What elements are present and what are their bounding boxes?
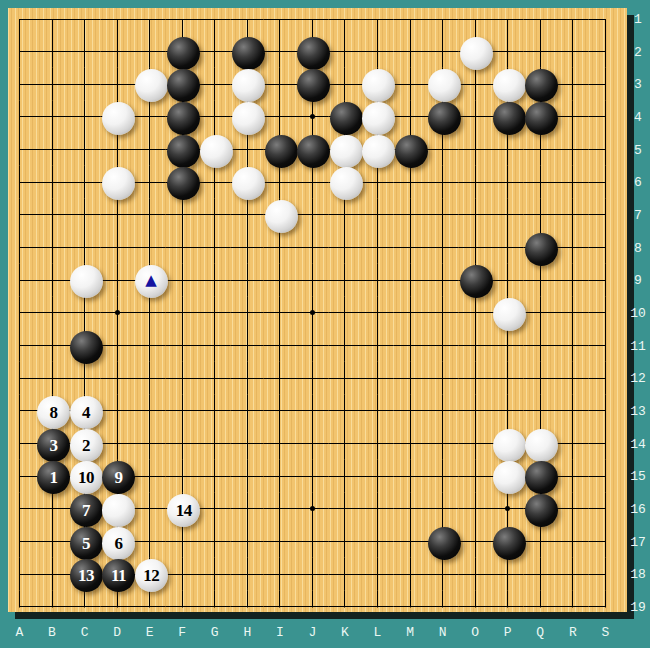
board-point-F11[interactable] — [166, 329, 199, 362]
board-point-R10[interactable] — [556, 297, 589, 330]
board-point-Q16[interactable] — [524, 493, 557, 526]
board-point-M15[interactable] — [394, 460, 427, 493]
board-point-J11[interactable] — [296, 329, 329, 362]
board-point-R18[interactable] — [556, 558, 589, 591]
board-point-R5[interactable] — [556, 133, 589, 166]
board-point-I8[interactable] — [264, 231, 297, 264]
board-point-Q3[interactable] — [524, 68, 557, 101]
board-point-O12[interactable] — [459, 362, 492, 395]
board-point-M8[interactable] — [394, 231, 427, 264]
board-point-R6[interactable] — [556, 166, 589, 199]
board-point-P14[interactable] — [491, 427, 524, 460]
board-point-K8[interactable] — [329, 231, 362, 264]
board-point-M5[interactable] — [394, 133, 427, 166]
board-point-L9[interactable] — [361, 264, 394, 297]
board-point-L1[interactable] — [361, 3, 394, 36]
board-point-G6[interactable] — [198, 166, 231, 199]
board-point-Q19[interactable] — [524, 591, 557, 624]
board-point-A18[interactable] — [3, 558, 36, 591]
board-point-K10[interactable] — [329, 297, 362, 330]
board-point-N7[interactable] — [426, 199, 459, 232]
board-point-G8[interactable] — [198, 231, 231, 264]
board-point-R4[interactable] — [556, 101, 589, 134]
board-point-L14[interactable] — [361, 427, 394, 460]
board-point-L17[interactable] — [361, 525, 394, 558]
board-point-Q17[interactable] — [524, 525, 557, 558]
board-point-R14[interactable] — [556, 427, 589, 460]
board-point-H1[interactable] — [231, 3, 264, 36]
board-point-I9[interactable] — [264, 264, 297, 297]
board-point-Q1[interactable] — [524, 3, 557, 36]
board-point-K7[interactable] — [329, 199, 362, 232]
board-point-I4[interactable] — [264, 101, 297, 134]
board-point-I12[interactable] — [264, 362, 297, 395]
board-point-F13[interactable] — [166, 395, 199, 428]
board-point-E1[interactable] — [133, 3, 166, 36]
board-point-A13[interactable] — [3, 395, 36, 428]
board-point-M12[interactable] — [394, 362, 427, 395]
board-point-D15[interactable]: 9 — [101, 460, 134, 493]
board-point-D12[interactable] — [101, 362, 134, 395]
board-point-H8[interactable] — [231, 231, 264, 264]
board-point-B8[interactable] — [36, 231, 69, 264]
board-point-S11[interactable] — [589, 329, 622, 362]
board-point-E4[interactable] — [133, 101, 166, 134]
board-point-J13[interactable] — [296, 395, 329, 428]
board-point-E16[interactable] — [133, 493, 166, 526]
board-point-F12[interactable] — [166, 362, 199, 395]
board-point-H19[interactable] — [231, 591, 264, 624]
board-point-S13[interactable] — [589, 395, 622, 428]
board-point-O11[interactable] — [459, 329, 492, 362]
board-point-C14[interactable]: 2 — [68, 427, 101, 460]
board-point-O8[interactable] — [459, 231, 492, 264]
board-point-I16[interactable] — [264, 493, 297, 526]
board-point-G13[interactable] — [198, 395, 231, 428]
board-point-P10[interactable] — [491, 297, 524, 330]
board-point-I10[interactable] — [264, 297, 297, 330]
board-point-P3[interactable] — [491, 68, 524, 101]
board-point-H16[interactable] — [231, 493, 264, 526]
board-point-K13[interactable] — [329, 395, 362, 428]
board-point-D5[interactable] — [101, 133, 134, 166]
board-point-D3[interactable] — [101, 68, 134, 101]
board-point-D14[interactable] — [101, 427, 134, 460]
board-point-G10[interactable] — [198, 297, 231, 330]
board-point-D18[interactable]: 11 — [101, 558, 134, 591]
board-point-N6[interactable] — [426, 166, 459, 199]
board-point-J9[interactable] — [296, 264, 329, 297]
board-point-Q8[interactable] — [524, 231, 557, 264]
board-point-R7[interactable] — [556, 199, 589, 232]
board-point-S2[interactable] — [589, 35, 622, 68]
board-point-I3[interactable] — [264, 68, 297, 101]
board-point-E6[interactable] — [133, 166, 166, 199]
board-point-K2[interactable] — [329, 35, 362, 68]
board-point-J17[interactable] — [296, 525, 329, 558]
board-point-L18[interactable] — [361, 558, 394, 591]
board-point-A3[interactable] — [3, 68, 36, 101]
board-point-N5[interactable] — [426, 133, 459, 166]
board-point-A10[interactable] — [3, 297, 36, 330]
board-point-C2[interactable] — [68, 35, 101, 68]
board-point-P12[interactable] — [491, 362, 524, 395]
board-point-A4[interactable] — [3, 101, 36, 134]
board-point-S7[interactable] — [589, 199, 622, 232]
board-point-R17[interactable] — [556, 525, 589, 558]
board-point-C11[interactable] — [68, 329, 101, 362]
board-point-D10[interactable] — [101, 297, 134, 330]
board-point-L3[interactable] — [361, 68, 394, 101]
board-point-G1[interactable] — [198, 3, 231, 36]
board-point-E19[interactable] — [133, 591, 166, 624]
board-point-L12[interactable] — [361, 362, 394, 395]
board-point-N19[interactable] — [426, 591, 459, 624]
board-point-E13[interactable] — [133, 395, 166, 428]
board-point-A8[interactable] — [3, 231, 36, 264]
board-point-E2[interactable] — [133, 35, 166, 68]
board-point-O17[interactable] — [459, 525, 492, 558]
board-point-G11[interactable] — [198, 329, 231, 362]
board-point-D13[interactable] — [101, 395, 134, 428]
board-point-D4[interactable] — [101, 101, 134, 134]
board-point-P4[interactable] — [491, 101, 524, 134]
board-point-P19[interactable] — [491, 591, 524, 624]
board-point-R2[interactable] — [556, 35, 589, 68]
board-point-E12[interactable] — [133, 362, 166, 395]
board-point-B14[interactable]: 3 — [36, 427, 69, 460]
board-point-Q6[interactable] — [524, 166, 557, 199]
board-point-N18[interactable] — [426, 558, 459, 591]
board-point-B18[interactable] — [36, 558, 69, 591]
board-point-F14[interactable] — [166, 427, 199, 460]
board-point-J3[interactable] — [296, 68, 329, 101]
board-point-B6[interactable] — [36, 166, 69, 199]
board-point-Q2[interactable] — [524, 35, 557, 68]
board-point-I19[interactable] — [264, 591, 297, 624]
board-point-A6[interactable] — [3, 166, 36, 199]
board-point-B3[interactable] — [36, 68, 69, 101]
board-point-O5[interactable] — [459, 133, 492, 166]
board-point-E10[interactable] — [133, 297, 166, 330]
board-point-C1[interactable] — [68, 3, 101, 36]
board-point-E9[interactable]: ▲ — [133, 264, 166, 297]
board-point-K6[interactable] — [329, 166, 362, 199]
board-point-L5[interactable] — [361, 133, 394, 166]
board-point-N13[interactable] — [426, 395, 459, 428]
board-point-Q7[interactable] — [524, 199, 557, 232]
board-point-O18[interactable] — [459, 558, 492, 591]
board-point-B19[interactable] — [36, 591, 69, 624]
board-point-P11[interactable] — [491, 329, 524, 362]
board-point-J18[interactable] — [296, 558, 329, 591]
board-point-J14[interactable] — [296, 427, 329, 460]
board-point-H12[interactable] — [231, 362, 264, 395]
board-point-D2[interactable] — [101, 35, 134, 68]
board-point-Q5[interactable] — [524, 133, 557, 166]
board-point-H18[interactable] — [231, 558, 264, 591]
board-point-N4[interactable] — [426, 101, 459, 134]
board-point-Q11[interactable] — [524, 329, 557, 362]
board-point-N8[interactable] — [426, 231, 459, 264]
board-point-H17[interactable] — [231, 525, 264, 558]
board-point-H4[interactable] — [231, 101, 264, 134]
board-point-G7[interactable] — [198, 199, 231, 232]
board-point-A14[interactable] — [3, 427, 36, 460]
board-point-S3[interactable] — [589, 68, 622, 101]
board-point-P5[interactable] — [491, 133, 524, 166]
board-point-R3[interactable] — [556, 68, 589, 101]
board-point-B7[interactable] — [36, 199, 69, 232]
board-point-R12[interactable] — [556, 362, 589, 395]
board-point-B17[interactable] — [36, 525, 69, 558]
board-point-P17[interactable] — [491, 525, 524, 558]
board-point-A7[interactable] — [3, 199, 36, 232]
board-point-K15[interactable] — [329, 460, 362, 493]
board-point-A16[interactable] — [3, 493, 36, 526]
board-point-H5[interactable] — [231, 133, 264, 166]
board-point-E11[interactable] — [133, 329, 166, 362]
board-point-A19[interactable] — [3, 591, 36, 624]
board-point-K1[interactable] — [329, 3, 362, 36]
board-point-L15[interactable] — [361, 460, 394, 493]
board-point-M16[interactable] — [394, 493, 427, 526]
board-point-A9[interactable] — [3, 264, 36, 297]
board-point-B5[interactable] — [36, 133, 69, 166]
board-point-E18[interactable]: 12 — [133, 558, 166, 591]
board-point-Q10[interactable] — [524, 297, 557, 330]
board-point-G12[interactable] — [198, 362, 231, 395]
board-point-H11[interactable] — [231, 329, 264, 362]
board-point-J2[interactable] — [296, 35, 329, 68]
board-point-B16[interactable] — [36, 493, 69, 526]
board-point-J8[interactable] — [296, 231, 329, 264]
board-point-R9[interactable] — [556, 264, 589, 297]
board-point-P6[interactable] — [491, 166, 524, 199]
board-point-M18[interactable] — [394, 558, 427, 591]
board-point-P1[interactable] — [491, 3, 524, 36]
board-point-S12[interactable] — [589, 362, 622, 395]
board-point-C5[interactable] — [68, 133, 101, 166]
board-point-D19[interactable] — [101, 591, 134, 624]
board-point-S6[interactable] — [589, 166, 622, 199]
board-point-P8[interactable] — [491, 231, 524, 264]
board-point-K11[interactable] — [329, 329, 362, 362]
board-point-I6[interactable] — [264, 166, 297, 199]
board-point-F1[interactable] — [166, 3, 199, 36]
board-point-A15[interactable] — [3, 460, 36, 493]
board-point-L8[interactable] — [361, 231, 394, 264]
board-point-S19[interactable] — [589, 591, 622, 624]
board-point-G15[interactable] — [198, 460, 231, 493]
board-point-O6[interactable] — [459, 166, 492, 199]
board-point-O2[interactable] — [459, 35, 492, 68]
board-point-K12[interactable] — [329, 362, 362, 395]
board-point-S5[interactable] — [589, 133, 622, 166]
board-point-F7[interactable] — [166, 199, 199, 232]
board-point-M4[interactable] — [394, 101, 427, 134]
board-point-O14[interactable] — [459, 427, 492, 460]
board-point-O16[interactable] — [459, 493, 492, 526]
board-point-B15[interactable]: 1 — [36, 460, 69, 493]
board-point-M6[interactable] — [394, 166, 427, 199]
board-point-Q9[interactable] — [524, 264, 557, 297]
board-point-J5[interactable] — [296, 133, 329, 166]
board-point-C8[interactable] — [68, 231, 101, 264]
board-point-D9[interactable] — [101, 264, 134, 297]
board-point-R16[interactable] — [556, 493, 589, 526]
board-point-E17[interactable] — [133, 525, 166, 558]
board-point-S15[interactable] — [589, 460, 622, 493]
board-point-I15[interactable] — [264, 460, 297, 493]
board-point-R13[interactable] — [556, 395, 589, 428]
board-point-M17[interactable] — [394, 525, 427, 558]
board-point-B1[interactable] — [36, 3, 69, 36]
board-point-L4[interactable] — [361, 101, 394, 134]
board-point-K16[interactable] — [329, 493, 362, 526]
board-point-E7[interactable] — [133, 199, 166, 232]
board-point-C17[interactable]: 5 — [68, 525, 101, 558]
board-point-G14[interactable] — [198, 427, 231, 460]
board-point-Q18[interactable] — [524, 558, 557, 591]
board-point-M14[interactable] — [394, 427, 427, 460]
board-point-C3[interactable] — [68, 68, 101, 101]
board-point-I17[interactable] — [264, 525, 297, 558]
board-point-R8[interactable] — [556, 231, 589, 264]
board-point-F8[interactable] — [166, 231, 199, 264]
board-point-N1[interactable] — [426, 3, 459, 36]
board-point-C19[interactable] — [68, 591, 101, 624]
board-point-J15[interactable] — [296, 460, 329, 493]
board-point-D8[interactable] — [101, 231, 134, 264]
board-point-P16[interactable] — [491, 493, 524, 526]
board-point-G3[interactable] — [198, 68, 231, 101]
board-point-F17[interactable] — [166, 525, 199, 558]
board-point-H10[interactable] — [231, 297, 264, 330]
board-point-N11[interactable] — [426, 329, 459, 362]
board-point-O4[interactable] — [459, 101, 492, 134]
board-point-S1[interactable] — [589, 3, 622, 36]
board-point-L13[interactable] — [361, 395, 394, 428]
board-point-H13[interactable] — [231, 395, 264, 428]
board-point-E5[interactable] — [133, 133, 166, 166]
board-point-M9[interactable] — [394, 264, 427, 297]
board-point-M2[interactable] — [394, 35, 427, 68]
board-point-F19[interactable] — [166, 591, 199, 624]
board-point-F6[interactable] — [166, 166, 199, 199]
board-point-G18[interactable] — [198, 558, 231, 591]
board-point-S17[interactable] — [589, 525, 622, 558]
board-point-H7[interactable] — [231, 199, 264, 232]
board-point-N17[interactable] — [426, 525, 459, 558]
board-point-M1[interactable] — [394, 3, 427, 36]
board-point-A1[interactable] — [3, 3, 36, 36]
board-point-I18[interactable] — [264, 558, 297, 591]
board-point-K17[interactable] — [329, 525, 362, 558]
board-point-L16[interactable] — [361, 493, 394, 526]
board-point-B2[interactable] — [36, 35, 69, 68]
board-point-N15[interactable] — [426, 460, 459, 493]
board-point-H9[interactable] — [231, 264, 264, 297]
board-point-G9[interactable] — [198, 264, 231, 297]
board-point-F16[interactable]: 14 — [166, 493, 199, 526]
board-point-O9[interactable] — [459, 264, 492, 297]
board-point-E14[interactable] — [133, 427, 166, 460]
board-point-J16[interactable] — [296, 493, 329, 526]
board-point-S8[interactable] — [589, 231, 622, 264]
board-point-B12[interactable] — [36, 362, 69, 395]
board-point-Q4[interactable] — [524, 101, 557, 134]
board-point-F3[interactable] — [166, 68, 199, 101]
board-point-R1[interactable] — [556, 3, 589, 36]
board-point-B4[interactable] — [36, 101, 69, 134]
board-point-J12[interactable] — [296, 362, 329, 395]
board-point-I1[interactable] — [264, 3, 297, 36]
board-point-P18[interactable] — [491, 558, 524, 591]
board-point-R11[interactable] — [556, 329, 589, 362]
board-point-F18[interactable] — [166, 558, 199, 591]
board-point-K4[interactable] — [329, 101, 362, 134]
board-point-G4[interactable] — [198, 101, 231, 134]
board-point-D1[interactable] — [101, 3, 134, 36]
board-point-C13[interactable]: 4 — [68, 395, 101, 428]
board-point-N3[interactable] — [426, 68, 459, 101]
board-point-C15[interactable]: 10 — [68, 460, 101, 493]
board-point-K18[interactable] — [329, 558, 362, 591]
board-point-I13[interactable] — [264, 395, 297, 428]
board-point-C12[interactable] — [68, 362, 101, 395]
board-point-Q13[interactable] — [524, 395, 557, 428]
board-point-M11[interactable] — [394, 329, 427, 362]
board-point-R15[interactable] — [556, 460, 589, 493]
board-point-E8[interactable] — [133, 231, 166, 264]
board-point-L7[interactable] — [361, 199, 394, 232]
board-point-I5[interactable] — [264, 133, 297, 166]
board-point-O10[interactable] — [459, 297, 492, 330]
board-point-N16[interactable] — [426, 493, 459, 526]
board-point-R19[interactable] — [556, 591, 589, 624]
board-point-J6[interactable] — [296, 166, 329, 199]
board-point-F5[interactable] — [166, 133, 199, 166]
board-point-C4[interactable] — [68, 101, 101, 134]
board-point-N2[interactable] — [426, 35, 459, 68]
board-point-O15[interactable] — [459, 460, 492, 493]
board-point-C10[interactable] — [68, 297, 101, 330]
board-point-S9[interactable] — [589, 264, 622, 297]
board-point-G17[interactable] — [198, 525, 231, 558]
board-point-F9[interactable] — [166, 264, 199, 297]
board-point-F10[interactable] — [166, 297, 199, 330]
board-point-A12[interactable] — [3, 362, 36, 395]
board-point-H3[interactable] — [231, 68, 264, 101]
board-point-B13[interactable]: 8 — [36, 395, 69, 428]
board-point-O13[interactable] — [459, 395, 492, 428]
board-point-N9[interactable] — [426, 264, 459, 297]
board-point-A2[interactable] — [3, 35, 36, 68]
board-point-S18[interactable] — [589, 558, 622, 591]
board-point-C9[interactable] — [68, 264, 101, 297]
board-point-C6[interactable] — [68, 166, 101, 199]
board-point-G16[interactable] — [198, 493, 231, 526]
board-point-L6[interactable] — [361, 166, 394, 199]
board-point-B9[interactable] — [36, 264, 69, 297]
board-point-L10[interactable] — [361, 297, 394, 330]
board-point-S14[interactable] — [589, 427, 622, 460]
board-point-K5[interactable] — [329, 133, 362, 166]
board-point-F4[interactable] — [166, 101, 199, 134]
board-point-M19[interactable] — [394, 591, 427, 624]
board-point-D7[interactable] — [101, 199, 134, 232]
